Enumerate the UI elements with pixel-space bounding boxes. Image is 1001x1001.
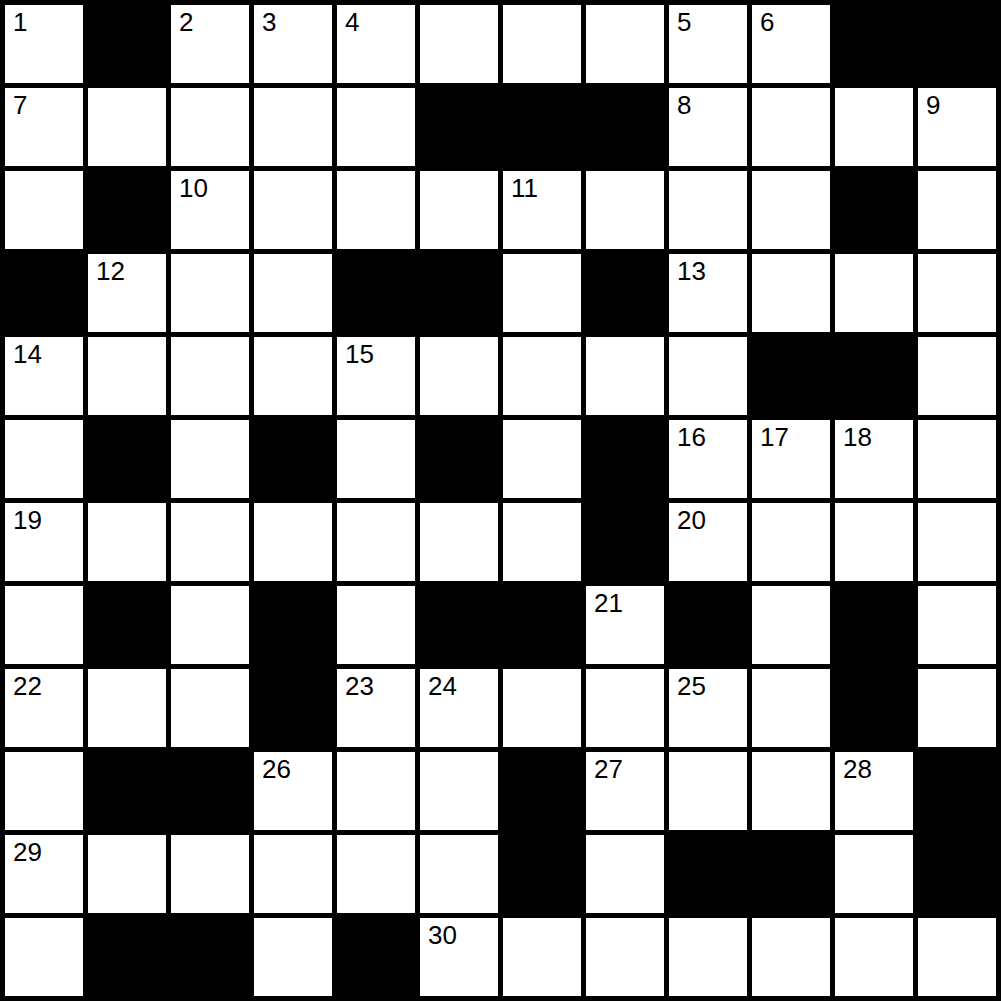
clue-number-28: 28 <box>843 756 872 782</box>
white-cell-r6c11[interactable] <box>918 503 996 581</box>
white-cell-r4c3[interactable] <box>254 337 332 415</box>
white-cell-r11c11[interactable] <box>918 918 996 996</box>
clue-number-5: 5 <box>677 9 691 35</box>
black-cell-r2c10 <box>835 171 913 249</box>
clue-number-6: 6 <box>760 9 774 35</box>
white-cell-r1c4[interactable] <box>337 88 415 166</box>
white-cell-r2c11[interactable] <box>918 171 996 249</box>
black-cell-r7c5 <box>420 586 498 664</box>
clue-number-18: 18 <box>843 424 872 450</box>
black-cell-r3c4 <box>337 254 415 332</box>
black-cell-r8c3 <box>254 669 332 747</box>
clue-number-21: 21 <box>594 590 623 616</box>
clue-number-2: 2 <box>179 9 193 35</box>
white-cell-r5c2[interactable] <box>171 420 249 498</box>
black-cell-r11c1 <box>88 918 166 996</box>
white-cell-r4c5[interactable] <box>420 337 498 415</box>
clue-number-13: 13 <box>677 258 706 284</box>
white-cell-r11c0[interactable] <box>5 918 83 996</box>
white-cell-r7c11[interactable] <box>918 586 996 664</box>
white-cell-r9c4[interactable] <box>337 752 415 830</box>
clue-number-1: 1 <box>13 9 27 35</box>
white-cell-r3c8[interactable]: 13 <box>669 254 747 332</box>
white-cell-r6c4[interactable] <box>337 503 415 581</box>
white-cell-r1c1[interactable] <box>88 88 166 166</box>
white-cell-r2c4[interactable] <box>337 171 415 249</box>
white-cell-r9c9[interactable] <box>752 752 830 830</box>
white-cell-r10c0[interactable]: 29 <box>5 835 83 913</box>
white-cell-r8c2[interactable] <box>171 669 249 747</box>
white-cell-r9c3[interactable]: 26 <box>254 752 332 830</box>
white-cell-r1c3[interactable] <box>254 88 332 166</box>
white-cell-r8c7[interactable] <box>586 669 664 747</box>
white-cell-r3c11[interactable] <box>918 254 996 332</box>
black-cell-r11c2 <box>171 918 249 996</box>
white-cell-r6c2[interactable] <box>171 503 249 581</box>
clue-number-12: 12 <box>96 258 125 284</box>
white-cell-r1c2[interactable] <box>171 88 249 166</box>
white-cell-r2c8[interactable] <box>669 171 747 249</box>
black-cell-r9c6 <box>503 752 581 830</box>
white-cell-r3c9[interactable] <box>752 254 830 332</box>
white-cell-r0c2[interactable]: 2 <box>171 5 249 83</box>
black-cell-r7c10 <box>835 586 913 664</box>
white-cell-r1c8[interactable]: 8 <box>669 88 747 166</box>
white-cell-r8c6[interactable] <box>503 669 581 747</box>
clue-number-11: 11 <box>511 175 538 201</box>
clue-number-19: 19 <box>13 507 42 533</box>
white-cell-r6c9[interactable] <box>752 503 830 581</box>
black-cell-r7c3 <box>254 586 332 664</box>
black-cell-r4c10 <box>835 337 913 415</box>
white-cell-r11c9[interactable] <box>752 918 830 996</box>
white-cell-r3c6[interactable] <box>503 254 581 332</box>
clue-number-25: 25 <box>677 673 706 699</box>
white-cell-r0c4[interactable]: 4 <box>337 5 415 83</box>
black-cell-r0c1 <box>88 5 166 83</box>
white-cell-r10c5[interactable] <box>420 835 498 913</box>
black-cell-r9c11 <box>918 752 996 830</box>
white-cell-r0c3[interactable]: 3 <box>254 5 332 83</box>
black-cell-r0c10 <box>835 5 913 83</box>
white-cell-r5c9[interactable]: 17 <box>752 420 830 498</box>
white-cell-r6c0[interactable]: 19 <box>5 503 83 581</box>
white-cell-r3c2[interactable] <box>171 254 249 332</box>
clue-number-16: 16 <box>677 424 706 450</box>
black-cell-r5c7 <box>586 420 664 498</box>
clue-number-15: 15 <box>345 341 374 367</box>
white-cell-r4c2[interactable] <box>171 337 249 415</box>
clue-number-17: 17 <box>760 424 789 450</box>
white-cell-r5c0[interactable] <box>5 420 83 498</box>
clue-number-24: 24 <box>428 673 457 699</box>
white-cell-r10c7[interactable] <box>586 835 664 913</box>
white-cell-r2c7[interactable] <box>586 171 664 249</box>
black-cell-r11c4 <box>337 918 415 996</box>
white-cell-r4c8[interactable] <box>669 337 747 415</box>
clue-number-14: 14 <box>13 341 42 367</box>
black-cell-r0c11 <box>918 5 996 83</box>
black-cell-r4c9 <box>752 337 830 415</box>
white-cell-r7c0[interactable] <box>5 586 83 664</box>
white-cell-r8c0[interactable]: 22 <box>5 669 83 747</box>
white-cell-r7c2[interactable] <box>171 586 249 664</box>
black-cell-r8c10 <box>835 669 913 747</box>
white-cell-r8c8[interactable]: 25 <box>669 669 747 747</box>
clue-number-22: 22 <box>13 673 42 699</box>
white-cell-r6c6[interactable] <box>503 503 581 581</box>
white-cell-r4c6[interactable] <box>503 337 581 415</box>
white-cell-r4c0[interactable]: 14 <box>5 337 83 415</box>
white-cell-r0c6[interactable] <box>503 5 581 83</box>
white-cell-r6c1[interactable] <box>88 503 166 581</box>
white-cell-r5c8[interactable]: 16 <box>669 420 747 498</box>
black-cell-r7c1 <box>88 586 166 664</box>
black-cell-r5c3 <box>254 420 332 498</box>
white-cell-r6c8[interactable]: 20 <box>669 503 747 581</box>
white-cell-r6c10[interactable] <box>835 503 913 581</box>
clue-number-4: 4 <box>345 9 359 35</box>
black-cell-r1c5 <box>420 88 498 166</box>
clue-number-23: 23 <box>345 673 374 699</box>
black-cell-r3c5 <box>420 254 498 332</box>
white-cell-r1c10[interactable] <box>835 88 913 166</box>
clue-number-3: 3 <box>262 9 276 35</box>
black-cell-r3c0 <box>5 254 83 332</box>
white-cell-r0c7[interactable] <box>586 5 664 83</box>
white-cell-r7c9[interactable] <box>752 586 830 664</box>
white-cell-r2c3[interactable] <box>254 171 332 249</box>
black-cell-r3c7 <box>586 254 664 332</box>
black-cell-r6c7 <box>586 503 664 581</box>
black-cell-r10c9 <box>752 835 830 913</box>
white-cell-r3c3[interactable] <box>254 254 332 332</box>
black-cell-r5c1 <box>88 420 166 498</box>
clue-number-27: 27 <box>594 756 623 782</box>
black-cell-r10c8 <box>669 835 747 913</box>
white-cell-r1c11[interactable]: 9 <box>918 88 996 166</box>
white-cell-r9c0[interactable] <box>5 752 83 830</box>
black-cell-r1c6 <box>503 88 581 166</box>
clue-number-10: 10 <box>179 175 208 201</box>
white-cell-r2c6[interactable]: 11 <box>503 171 581 249</box>
clue-number-26: 26 <box>262 756 291 782</box>
white-cell-r10c3[interactable] <box>254 835 332 913</box>
black-cell-r2c1 <box>88 171 166 249</box>
white-cell-r0c9[interactable]: 6 <box>752 5 830 83</box>
white-cell-r4c4[interactable]: 15 <box>337 337 415 415</box>
white-cell-r3c10[interactable] <box>835 254 913 332</box>
white-cell-r11c5[interactable]: 30 <box>420 918 498 996</box>
white-cell-r10c2[interactable] <box>171 835 249 913</box>
white-cell-r2c5[interactable] <box>420 171 498 249</box>
white-cell-r11c10[interactable] <box>835 918 913 996</box>
white-cell-r6c5[interactable] <box>420 503 498 581</box>
black-cell-r10c6 <box>503 835 581 913</box>
white-cell-r5c11[interactable] <box>918 420 996 498</box>
white-cell-r8c1[interactable] <box>88 669 166 747</box>
white-cell-r11c8[interactable] <box>669 918 747 996</box>
white-cell-r7c4[interactable] <box>337 586 415 664</box>
white-cell-r5c6[interactable] <box>503 420 581 498</box>
black-cell-r7c8 <box>669 586 747 664</box>
white-cell-r3c1[interactable]: 12 <box>88 254 166 332</box>
black-cell-r1c7 <box>586 88 664 166</box>
crossword-board: 1234567891011121314151617181920212223242… <box>0 0 1001 1001</box>
white-cell-r0c8[interactable]: 5 <box>669 5 747 83</box>
white-cell-r2c2[interactable]: 10 <box>171 171 249 249</box>
white-cell-r4c1[interactable] <box>88 337 166 415</box>
white-cell-r8c11[interactable] <box>918 669 996 747</box>
white-cell-r9c8[interactable] <box>669 752 747 830</box>
white-cell-r6c3[interactable] <box>254 503 332 581</box>
white-cell-r1c0[interactable]: 7 <box>5 88 83 166</box>
white-cell-r7c7[interactable]: 21 <box>586 586 664 664</box>
white-cell-r10c10[interactable] <box>835 835 913 913</box>
clue-number-29: 29 <box>13 839 42 865</box>
white-cell-r11c3[interactable] <box>254 918 332 996</box>
white-cell-r0c0[interactable]: 1 <box>5 5 83 83</box>
black-cell-r9c1 <box>88 752 166 830</box>
white-cell-r1c9[interactable] <box>752 88 830 166</box>
white-cell-r9c10[interactable]: 28 <box>835 752 913 830</box>
white-cell-r9c7[interactable]: 27 <box>586 752 664 830</box>
clue-number-30: 30 <box>428 922 457 948</box>
white-cell-r8c9[interactable] <box>752 669 830 747</box>
white-cell-r4c7[interactable] <box>586 337 664 415</box>
white-cell-r11c7[interactable] <box>586 918 664 996</box>
white-cell-r11c6[interactable] <box>503 918 581 996</box>
white-cell-r4c11[interactable] <box>918 337 996 415</box>
clue-number-7: 7 <box>13 92 27 118</box>
black-cell-r9c2 <box>171 752 249 830</box>
white-cell-r9c5[interactable] <box>420 752 498 830</box>
white-cell-r0c5[interactable] <box>420 5 498 83</box>
white-cell-r8c5[interactable]: 24 <box>420 669 498 747</box>
white-cell-r2c9[interactable] <box>752 171 830 249</box>
white-cell-r2c0[interactable] <box>5 171 83 249</box>
white-cell-r10c1[interactable] <box>88 835 166 913</box>
white-cell-r5c4[interactable] <box>337 420 415 498</box>
black-cell-r10c11 <box>918 835 996 913</box>
white-cell-r5c10[interactable]: 18 <box>835 420 913 498</box>
white-cell-r8c4[interactable]: 23 <box>337 669 415 747</box>
white-cell-r10c4[interactable] <box>337 835 415 913</box>
black-cell-r7c6 <box>503 586 581 664</box>
clue-number-9: 9 <box>926 92 940 118</box>
black-cell-r5c5 <box>420 420 498 498</box>
clue-number-20: 20 <box>677 507 706 533</box>
clue-number-8: 8 <box>677 92 691 118</box>
